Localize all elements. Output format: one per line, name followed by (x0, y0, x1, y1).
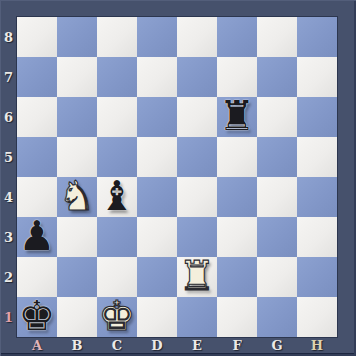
square-e1[interactable] (177, 297, 217, 337)
square-a6[interactable] (17, 97, 57, 137)
rank-label-2: 2 (0, 257, 17, 297)
square-b8[interactable] (57, 17, 97, 57)
square-c3[interactable] (97, 217, 137, 257)
square-b1[interactable] (57, 297, 97, 337)
square-a3[interactable]: ♟ (17, 217, 57, 257)
square-b3[interactable] (57, 217, 97, 257)
square-b7[interactable] (57, 57, 97, 97)
square-c8[interactable] (97, 17, 137, 57)
square-e4[interactable] (177, 177, 217, 217)
square-h8[interactable] (297, 17, 337, 57)
square-g3[interactable] (257, 217, 297, 257)
file-label-b: B (57, 337, 97, 356)
square-d7[interactable] (137, 57, 177, 97)
square-a2[interactable] (17, 257, 57, 297)
square-e8[interactable] (177, 17, 217, 57)
black-king-piece[interactable]: ♚ (19, 296, 56, 336)
square-a5[interactable] (17, 137, 57, 177)
square-g6[interactable] (257, 97, 297, 137)
square-d1[interactable] (137, 297, 177, 337)
file-label-f: F (217, 337, 257, 356)
square-f6[interactable]: ♜ (217, 97, 257, 137)
square-c7[interactable] (97, 57, 137, 97)
square-h4[interactable] (297, 177, 337, 217)
black-bishop-piece[interactable]: ♝ (99, 176, 136, 216)
white-knight-piece[interactable]: ♞ (59, 176, 96, 216)
square-a7[interactable] (17, 57, 57, 97)
rank-label-6: 6 (0, 97, 17, 137)
square-f4[interactable] (217, 177, 257, 217)
square-e6[interactable] (177, 97, 217, 137)
black-rook-piece[interactable]: ♜ (219, 96, 256, 136)
square-b5[interactable] (57, 137, 97, 177)
square-f1[interactable] (217, 297, 257, 337)
square-e7[interactable] (177, 57, 217, 97)
square-c1[interactable]: ♚ (97, 297, 137, 337)
square-c5[interactable] (97, 137, 137, 177)
square-a1[interactable]: ♚ (17, 297, 57, 337)
black-pawn-piece[interactable]: ♟ (19, 216, 56, 256)
square-g5[interactable] (257, 137, 297, 177)
square-g8[interactable] (257, 17, 297, 57)
square-d4[interactable] (137, 177, 177, 217)
square-g2[interactable] (257, 257, 297, 297)
file-label-h: H (297, 337, 337, 356)
square-b2[interactable] (57, 257, 97, 297)
square-h1[interactable] (297, 297, 337, 337)
chess-board-frame: 87654321 ♜♞♝♟♜♚♚ ABCDEFGH (0, 0, 356, 356)
square-d2[interactable] (137, 257, 177, 297)
rank-label-1: 1 (0, 297, 17, 337)
square-b4[interactable]: ♞ (57, 177, 97, 217)
square-d6[interactable] (137, 97, 177, 137)
square-d3[interactable] (137, 217, 177, 257)
square-c6[interactable] (97, 97, 137, 137)
square-h3[interactable] (297, 217, 337, 257)
square-f5[interactable] (217, 137, 257, 177)
square-b6[interactable] (57, 97, 97, 137)
square-f2[interactable] (217, 257, 257, 297)
square-c4[interactable]: ♝ (97, 177, 137, 217)
file-label-c: C (97, 337, 137, 356)
square-h7[interactable] (297, 57, 337, 97)
square-e2[interactable]: ♜ (177, 257, 217, 297)
square-g7[interactable] (257, 57, 297, 97)
white-rook-piece[interactable]: ♜ (179, 256, 216, 296)
square-a4[interactable] (17, 177, 57, 217)
square-h2[interactable] (297, 257, 337, 297)
file-labels: ABCDEFGH (17, 337, 337, 356)
rank-label-4: 4 (0, 177, 17, 217)
file-label-e: E (177, 337, 217, 356)
rank-label-8: 8 (0, 17, 17, 57)
square-d5[interactable] (137, 137, 177, 177)
square-g4[interactable] (257, 177, 297, 217)
square-e3[interactable] (177, 217, 217, 257)
rank-labels: 87654321 (0, 17, 17, 337)
file-label-d: D (137, 337, 177, 356)
square-h5[interactable] (297, 137, 337, 177)
rank-label-3: 3 (0, 217, 17, 257)
square-c2[interactable] (97, 257, 137, 297)
chess-board: ♜♞♝♟♜♚♚ (17, 17, 337, 337)
file-label-a: A (17, 337, 57, 356)
white-king-piece[interactable]: ♚ (99, 296, 136, 336)
square-h6[interactable] (297, 97, 337, 137)
square-f7[interactable] (217, 57, 257, 97)
file-label-g: G (257, 337, 297, 356)
square-d8[interactable] (137, 17, 177, 57)
rank-label-5: 5 (0, 137, 17, 177)
square-g1[interactable] (257, 297, 297, 337)
square-f8[interactable] (217, 17, 257, 57)
rank-label-7: 7 (0, 57, 17, 97)
square-a8[interactable] (17, 17, 57, 57)
square-f3[interactable] (217, 217, 257, 257)
square-e5[interactable] (177, 137, 217, 177)
